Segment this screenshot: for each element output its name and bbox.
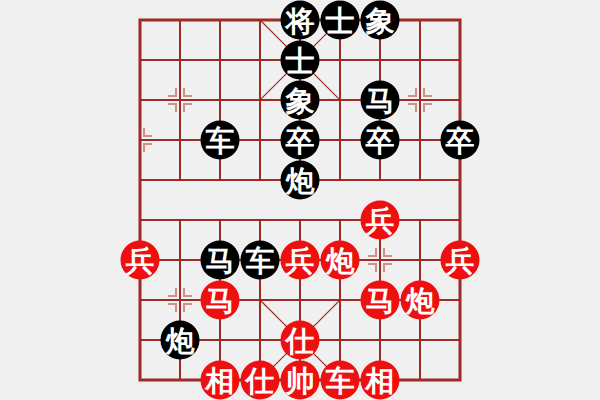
piece-black-advisor[interactable]: 士 <box>281 41 320 80</box>
xiangqi-board[interactable]: 将士象士象马车卒卒卒炮马车炮兵兵兵炮兵马马炮仕相仕帅车相 <box>0 0 600 400</box>
red-soldier-glyph: 兵 <box>445 245 475 277</box>
red-advisor-glyph: 仕 <box>244 365 275 397</box>
piece-black-elephant[interactable]: 象 <box>281 81 320 120</box>
red-soldier-glyph: 兵 <box>365 205 395 237</box>
piece-black-soldier[interactable]: 卒 <box>361 121 400 160</box>
piece-red-cannon[interactable]: 炮 <box>321 241 360 280</box>
black-soldier-glyph: 卒 <box>365 125 395 157</box>
black-soldier-glyph: 卒 <box>285 125 315 157</box>
red-advisor-glyph: 仕 <box>284 325 315 357</box>
piece-red-soldier[interactable]: 兵 <box>281 241 320 280</box>
piece-red-general[interactable]: 帅 <box>281 361 320 400</box>
piece-red-soldier[interactable]: 兵 <box>121 241 160 280</box>
black-horse-glyph: 马 <box>366 85 395 117</box>
black-chariot-glyph: 车 <box>246 245 275 277</box>
red-soldier-glyph: 兵 <box>285 245 315 277</box>
red-elephant-glyph: 相 <box>365 365 395 397</box>
red-cannon-glyph: 炮 <box>405 285 436 317</box>
piece-red-elephant[interactable]: 相 <box>361 361 400 400</box>
piece-red-elephant[interactable]: 相 <box>201 361 240 400</box>
piece-black-horse[interactable]: 马 <box>361 81 400 120</box>
black-advisor-glyph: 士 <box>285 45 315 77</box>
black-cannon-glyph: 炮 <box>285 165 316 197</box>
black-cannon-glyph: 炮 <box>165 325 196 357</box>
piece-black-general[interactable]: 将 <box>281 1 320 40</box>
piece-red-advisor[interactable]: 仕 <box>241 361 280 400</box>
red-chariot-glyph: 车 <box>326 365 355 397</box>
black-general-glyph: 将 <box>284 5 315 37</box>
piece-black-cannon[interactable]: 炮 <box>161 321 200 360</box>
red-soldier-glyph: 兵 <box>125 245 155 277</box>
black-horse-glyph: 马 <box>206 245 235 277</box>
piece-black-elephant[interactable]: 象 <box>361 1 400 40</box>
piece-black-soldier[interactable]: 卒 <box>441 121 480 160</box>
piece-black-chariot[interactable]: 车 <box>241 241 280 280</box>
red-elephant-glyph: 相 <box>205 365 235 397</box>
piece-red-soldier[interactable]: 兵 <box>441 241 480 280</box>
piece-black-chariot[interactable]: 车 <box>201 121 240 160</box>
piece-red-horse[interactable]: 马 <box>361 281 400 320</box>
black-chariot-glyph: 车 <box>206 125 235 157</box>
piece-red-soldier[interactable]: 兵 <box>361 201 400 240</box>
black-soldier-glyph: 卒 <box>445 125 475 157</box>
black-elephant-glyph: 象 <box>285 85 315 117</box>
piece-black-advisor[interactable]: 士 <box>321 1 360 40</box>
piece-red-chariot[interactable]: 车 <box>321 361 360 400</box>
red-horse-glyph: 马 <box>366 285 395 317</box>
piece-red-horse[interactable]: 马 <box>201 281 240 320</box>
piece-red-cannon[interactable]: 炮 <box>401 281 440 320</box>
piece-black-soldier[interactable]: 卒 <box>281 121 320 160</box>
page-background: 将士象士象马车卒卒卒炮马车炮兵兵兵炮兵马马炮仕相仕帅车相 <box>0 0 600 400</box>
piece-red-advisor[interactable]: 仕 <box>281 321 320 360</box>
red-general-glyph: 帅 <box>285 365 315 397</box>
red-horse-glyph: 马 <box>206 285 235 317</box>
red-cannon-glyph: 炮 <box>325 245 356 277</box>
black-elephant-glyph: 象 <box>365 5 395 37</box>
piece-black-horse[interactable]: 马 <box>201 241 240 280</box>
black-advisor-glyph: 士 <box>325 5 355 37</box>
piece-black-cannon[interactable]: 炮 <box>281 161 320 200</box>
